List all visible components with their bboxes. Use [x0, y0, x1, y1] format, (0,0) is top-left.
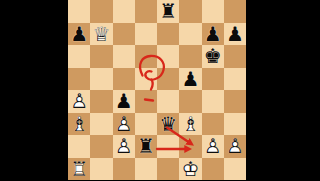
square-a4: ♟♙: [68, 90, 90, 113]
black-queen-e3: ♛: [159, 114, 177, 134]
white-bishop-a3: ♝♗: [70, 114, 88, 134]
square-f5: ♟: [179, 68, 201, 91]
white-pawn-c3: ♟♙: [115, 114, 133, 134]
square-h5: [224, 68, 246, 91]
square-b1: [90, 158, 112, 181]
chess-board: ♜♟♛♕♟♟♚♟♟♙♟♝♗♟♙♛♝♗♟♙♜♟♙♟♙♜♖♚♔: [68, 0, 246, 180]
video-frame: ♜♟♛♕♟♟♚♟♟♙♟♝♗♟♙♛♝♗♟♙♜♟♙♟♙♜♖♚♔: [0, 0, 320, 180]
square-h8: [224, 0, 246, 23]
square-g7: ♟: [202, 23, 224, 46]
black-rook-d2: ♜: [137, 136, 155, 156]
square-c5: [113, 68, 135, 91]
square-a2: [68, 135, 90, 158]
square-h2: ♟♙: [224, 135, 246, 158]
square-d2: ♜: [135, 135, 157, 158]
square-f6: [179, 45, 201, 68]
square-c1: [113, 158, 135, 181]
black-pawn-g7: ♟: [204, 24, 222, 44]
square-b5: [90, 68, 112, 91]
square-h4: [224, 90, 246, 113]
square-e5: [157, 68, 179, 91]
square-d8: [135, 0, 157, 23]
square-b8: [90, 0, 112, 23]
square-c4: ♟: [113, 90, 135, 113]
white-pawn-g2: ♟♙: [204, 136, 222, 156]
white-pawn-h2: ♟♙: [226, 136, 244, 156]
letterbox-right: [246, 0, 320, 180]
white-pawn-a4: ♟♙: [70, 91, 88, 111]
white-rook-a1: ♜♖: [70, 159, 88, 179]
square-e6: [157, 45, 179, 68]
letterbox-left: [0, 0, 68, 180]
square-e7: [157, 23, 179, 46]
square-h6: [224, 45, 246, 68]
square-g6: ♚: [202, 45, 224, 68]
square-g4: [202, 90, 224, 113]
square-f4: [179, 90, 201, 113]
black-pawn-a7: ♟: [70, 24, 88, 44]
black-rook-e8: ♜: [159, 1, 177, 21]
square-e1: [157, 158, 179, 181]
square-a5: [68, 68, 90, 91]
square-d7: [135, 23, 157, 46]
square-a8: [68, 0, 90, 23]
black-pawn-h7: ♟: [226, 24, 244, 44]
square-b3: [90, 113, 112, 136]
square-g1: [202, 158, 224, 181]
square-a1: ♜♖: [68, 158, 90, 181]
square-c6: [113, 45, 135, 68]
white-queen-b7: ♛♕: [92, 24, 110, 44]
square-a3: ♝♗: [68, 113, 90, 136]
square-f8: [179, 0, 201, 23]
square-a6: [68, 45, 90, 68]
square-g5: [202, 68, 224, 91]
square-d4: [135, 90, 157, 113]
square-c3: ♟♙: [113, 113, 135, 136]
square-g2: ♟♙: [202, 135, 224, 158]
white-pawn-c2: ♟♙: [115, 136, 133, 156]
square-f3: ♝♗: [179, 113, 201, 136]
square-a7: ♟: [68, 23, 90, 46]
square-g8: [202, 0, 224, 23]
square-b7: ♛♕: [90, 23, 112, 46]
square-b4: [90, 90, 112, 113]
square-c7: [113, 23, 135, 46]
square-h1: [224, 158, 246, 181]
square-c2: ♟♙: [113, 135, 135, 158]
square-b2: [90, 135, 112, 158]
square-d6: [135, 45, 157, 68]
square-d3: [135, 113, 157, 136]
square-h3: [224, 113, 246, 136]
black-pawn-c4: ♟: [115, 91, 133, 111]
white-bishop-f3: ♝♗: [181, 114, 199, 134]
square-b6: [90, 45, 112, 68]
white-king-f1: ♚♔: [181, 159, 199, 179]
square-h7: ♟: [224, 23, 246, 46]
square-g3: [202, 113, 224, 136]
square-f1: ♚♔: [179, 158, 201, 181]
square-e2: [157, 135, 179, 158]
square-f7: [179, 23, 201, 46]
black-pawn-f5: ♟: [181, 69, 199, 89]
square-f2: [179, 135, 201, 158]
square-d1: [135, 158, 157, 181]
square-e4: [157, 90, 179, 113]
black-king-g6: ♚: [204, 46, 222, 66]
square-c8: [113, 0, 135, 23]
square-e3: ♛: [157, 113, 179, 136]
square-d5: [135, 68, 157, 91]
square-e8: ♜: [157, 0, 179, 23]
